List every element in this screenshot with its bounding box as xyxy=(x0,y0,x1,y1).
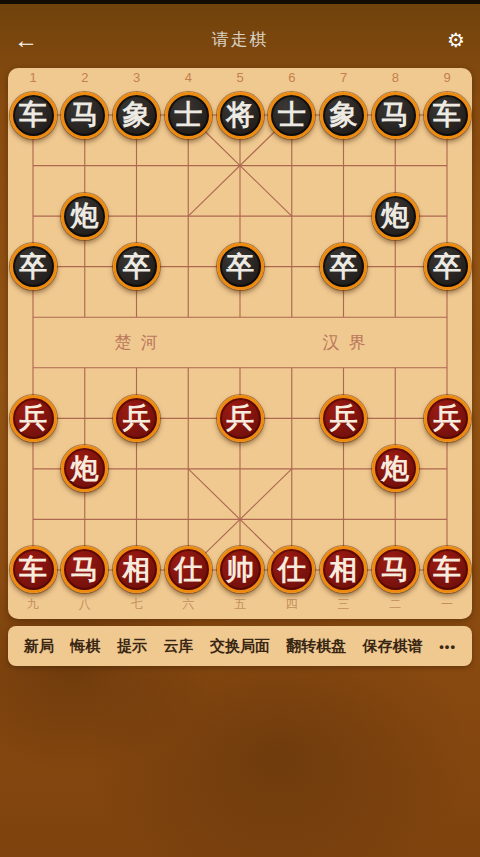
piece-black-卒-f4r3[interactable]: 卒 xyxy=(217,243,264,290)
piece-black-炮-f7r2[interactable]: 炮 xyxy=(372,193,419,240)
file-label-bottom-五: 五 xyxy=(225,596,255,613)
menu-bar: 新局悔棋提示云库交换局面翻转棋盘保存棋谱••• xyxy=(8,626,472,666)
page-title: 请走棋 xyxy=(0,4,480,68)
menu-item-保存棋谱[interactable]: 保存棋谱 xyxy=(363,637,423,656)
piece-red-兵-f0r6[interactable]: 兵 xyxy=(10,395,57,442)
file-label-bottom-六: 六 xyxy=(173,596,203,613)
piece-red-车-f0r9[interactable]: 车 xyxy=(10,546,57,593)
piece-black-象-f2r0[interactable]: 象 xyxy=(113,92,160,139)
menu-item-翻转棋盘[interactable]: 翻转棋盘 xyxy=(286,637,346,656)
menu-item-交换局面[interactable]: 交换局面 xyxy=(210,637,270,656)
file-label-bottom-七: 七 xyxy=(122,596,152,613)
piece-red-炮-f7r7[interactable]: 炮 xyxy=(372,445,419,492)
file-label-top-8: 8 xyxy=(380,70,410,85)
piece-black-炮-f1r2[interactable]: 炮 xyxy=(61,193,108,240)
piece-black-车-f8r0[interactable]: 车 xyxy=(424,92,471,139)
menu-item-悔棋[interactable]: 悔棋 xyxy=(70,637,100,656)
menu-more-icon[interactable]: ••• xyxy=(439,639,456,654)
file-label-top-7: 7 xyxy=(329,70,359,85)
piece-black-马-f1r0[interactable]: 马 xyxy=(61,92,108,139)
settings-button[interactable]: ⚙ xyxy=(440,24,472,56)
piece-black-卒-f2r3[interactable]: 卒 xyxy=(113,243,160,290)
piece-red-兵-f8r6[interactable]: 兵 xyxy=(424,395,471,442)
menu-item-提示[interactable]: 提示 xyxy=(117,637,147,656)
piece-red-兵-f2r6[interactable]: 兵 xyxy=(113,395,160,442)
piece-black-马-f7r0[interactable]: 马 xyxy=(372,92,419,139)
app-bar: ← 请走棋 ⚙ xyxy=(0,4,480,68)
menu-item-新局[interactable]: 新局 xyxy=(24,637,54,656)
menu-item-云库[interactable]: 云库 xyxy=(163,637,193,656)
file-label-bottom-四: 四 xyxy=(277,596,307,613)
piece-black-士-f5r0[interactable]: 士 xyxy=(268,92,315,139)
file-label-bottom-八: 八 xyxy=(70,596,100,613)
xiangqi-app: ← 请走棋 ⚙ 123456789 九八七六五四三二一 楚河 汉界 车马象士将士… xyxy=(0,0,480,857)
file-label-top-3: 3 xyxy=(122,70,152,85)
river-label-right: 汉界 xyxy=(314,331,375,354)
board-grid xyxy=(8,68,472,619)
file-label-bottom-一: 一 xyxy=(432,596,462,613)
gear-icon: ⚙ xyxy=(447,29,465,51)
file-label-top-5: 5 xyxy=(225,70,255,85)
piece-red-仕-f3r9[interactable]: 仕 xyxy=(165,546,212,593)
file-label-bottom-三: 三 xyxy=(329,596,359,613)
piece-black-卒-f6r3[interactable]: 卒 xyxy=(320,243,367,290)
piece-red-兵-f4r6[interactable]: 兵 xyxy=(217,395,264,442)
file-label-bottom-二: 二 xyxy=(380,596,410,613)
piece-black-卒-f0r3[interactable]: 卒 xyxy=(10,243,57,290)
piece-black-将-f4r0[interactable]: 将 xyxy=(217,92,264,139)
file-label-top-9: 9 xyxy=(432,70,462,85)
river-label-left: 楚河 xyxy=(106,331,167,354)
file-label-top-1: 1 xyxy=(18,70,48,85)
piece-red-帅-f4r9[interactable]: 帅 xyxy=(217,546,264,593)
piece-black-士-f3r0[interactable]: 士 xyxy=(165,92,212,139)
piece-black-车-f0r0[interactable]: 车 xyxy=(10,92,57,139)
file-label-top-2: 2 xyxy=(70,70,100,85)
piece-black-卒-f8r3[interactable]: 卒 xyxy=(424,243,471,290)
piece-red-马-f7r9[interactable]: 马 xyxy=(372,546,419,593)
xiangqi-board[interactable]: 123456789 九八七六五四三二一 楚河 汉界 车马象士将士象马车炮炮卒卒卒… xyxy=(8,68,472,619)
file-label-top-6: 6 xyxy=(277,70,307,85)
file-label-top-4: 4 xyxy=(173,70,203,85)
piece-red-车-f8r9[interactable]: 车 xyxy=(424,546,471,593)
piece-black-象-f6r0[interactable]: 象 xyxy=(320,92,367,139)
piece-red-兵-f6r6[interactable]: 兵 xyxy=(320,395,367,442)
file-label-bottom-九: 九 xyxy=(18,596,48,613)
